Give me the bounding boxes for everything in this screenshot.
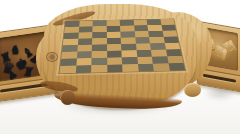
square-h7[interactable] — [161, 25, 176, 31]
square-d1[interactable] — [107, 64, 123, 72]
square-c8[interactable] — [93, 20, 107, 26]
square-a1[interactable] — [59, 66, 75, 74]
front-left-foot — [60, 90, 75, 105]
square-g7[interactable] — [147, 25, 162, 31]
right-drawer-pull-slot — [203, 74, 236, 83]
front-right-foot — [184, 83, 201, 97]
square-e6[interactable] — [120, 31, 135, 37]
square-b2[interactable] — [76, 58, 92, 65]
scene-photo: ♜♞♝♛♚♟♟♜♟ ♙♘♗ — [0, 0, 240, 134]
square-d3[interactable] — [107, 51, 122, 58]
square-f5[interactable] — [135, 37, 150, 44]
square-g1[interactable] — [153, 63, 170, 71]
square-d5[interactable] — [106, 38, 121, 45]
square-e3[interactable] — [121, 50, 136, 57]
square-f1[interactable] — [137, 64, 153, 72]
square-g4[interactable] — [150, 43, 166, 50]
square-c1[interactable] — [91, 65, 107, 73]
chessboard-grid — [59, 19, 185, 73]
square-e1[interactable] — [122, 64, 138, 72]
square-a4[interactable] — [62, 45, 77, 52]
square-c2[interactable] — [91, 58, 106, 65]
chessboard[interactable] — [59, 19, 185, 73]
wood-knot — [46, 52, 58, 62]
square-b1[interactable] — [75, 65, 91, 73]
square-h1[interactable] — [168, 63, 185, 71]
